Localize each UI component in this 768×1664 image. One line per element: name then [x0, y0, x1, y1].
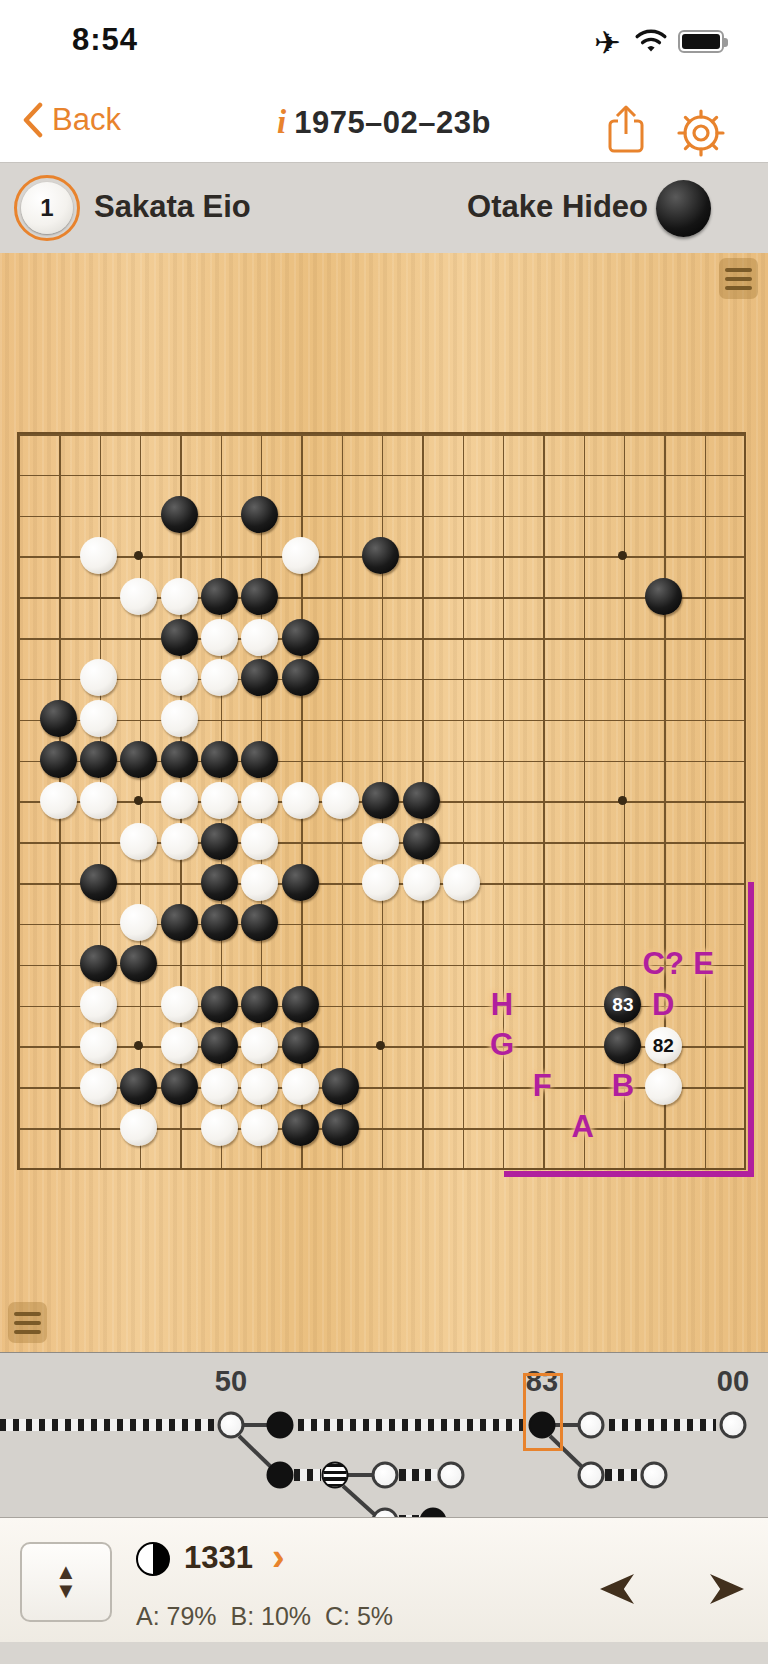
board-letter-label[interactable]: G: [490, 1027, 514, 1063]
tree-move-label: 50: [215, 1365, 247, 1398]
black-stone: [201, 864, 238, 901]
bottom-toolbar: ▲ ▼ 1331 › A: 79% B: 10% C: 5%: [0, 1517, 768, 1642]
white-stone: [241, 823, 278, 860]
move-number-label: 83: [612, 995, 633, 1014]
airplane-mode-icon: ✈: [594, 24, 621, 62]
game-count: 1331: [184, 1540, 253, 1576]
move-stepper[interactable]: ▲ ▼: [20, 1542, 112, 1622]
current-move-box: [523, 1373, 563, 1451]
black-stone: [282, 1109, 319, 1146]
tree-moves-dashes[interactable]: [605, 1469, 640, 1481]
tree-branch-edge: [238, 1435, 274, 1470]
game-date-title: 1975–02–23b: [294, 105, 491, 140]
white-player-name: Sakata Eio: [94, 189, 251, 225]
black-stone: [201, 986, 238, 1023]
black-stone: [161, 619, 198, 656]
white-stone: [161, 986, 198, 1023]
white-stone: [282, 782, 319, 819]
board-menu-bottom-icon[interactable]: [8, 1302, 47, 1343]
wifi-icon: [634, 29, 668, 54]
board-letter-label[interactable]: F: [533, 1068, 552, 1104]
white-stone: [40, 782, 77, 819]
white-stone: [241, 1109, 278, 1146]
white-stone: [161, 578, 198, 615]
region-highlight-right: [748, 882, 754, 1177]
board-letter-label[interactable]: C?: [643, 946, 684, 982]
tree-node-white[interactable]: [438, 1462, 465, 1489]
game-collection-icon: [136, 1542, 170, 1576]
settings-gear-button[interactable]: [672, 104, 730, 162]
white-stone: [282, 1068, 319, 1105]
black-stone: [282, 1027, 319, 1064]
black-stone: [282, 864, 319, 901]
white-stone: [362, 864, 399, 901]
black-stone: [161, 496, 198, 533]
board-menu-top-icon[interactable]: [719, 258, 758, 299]
white-stone: [201, 1109, 238, 1146]
white-stone: [161, 700, 198, 737]
white-stone: [241, 1068, 278, 1105]
white-stone: [201, 619, 238, 656]
tree-node-white[interactable]: [720, 1412, 747, 1439]
board-letter-label[interactable]: D: [652, 987, 674, 1023]
black-stone: [282, 659, 319, 696]
tree-node-black[interactable]: [267, 1412, 294, 1439]
go-board[interactable]: 8382C?EHDGFBA: [0, 253, 768, 1352]
board-letter-label[interactable]: H: [491, 987, 513, 1023]
black-player-stone-icon: [656, 180, 711, 237]
white-stone: [443, 864, 480, 901]
board-letter-label[interactable]: E: [693, 946, 714, 982]
black-stone: [161, 904, 198, 941]
tree-edge: [348, 1473, 373, 1477]
tree-moves-dashes[interactable]: [0, 1419, 214, 1431]
tree-node-white[interactable]: [372, 1462, 399, 1489]
tree-node-black[interactable]: [420, 1508, 447, 1518]
white-stone: [161, 1027, 198, 1064]
black-stone: [403, 823, 440, 860]
black-stone: [120, 1068, 157, 1105]
black-stone: [282, 619, 319, 656]
black-stone: [322, 1109, 359, 1146]
next-move-button[interactable]: [710, 1574, 744, 1604]
white-stone: 82: [645, 1027, 682, 1064]
black-stone: [645, 578, 682, 615]
share-button[interactable]: [604, 104, 648, 156]
white-stone: [201, 782, 238, 819]
white-stone: [161, 782, 198, 819]
page-title[interactable]: i1975–02–23b: [0, 104, 768, 141]
white-stone: [161, 823, 198, 860]
white-stone: [120, 1109, 157, 1146]
tree-node-black[interactable]: [267, 1462, 294, 1489]
status-bar: 8:54 ✈: [0, 0, 768, 84]
tree-moves-dashes[interactable]: [298, 1419, 526, 1431]
tree-node-collapsed[interactable]: [322, 1462, 349, 1489]
white-stone: [201, 1068, 238, 1105]
black-stone: [40, 741, 77, 778]
black-stone: [201, 823, 238, 860]
black-stone: [161, 1068, 198, 1105]
white-stone: [80, 986, 117, 1023]
black-stone: [403, 782, 440, 819]
white-stone: [241, 619, 278, 656]
info-icon: i: [277, 104, 286, 140]
white-stone-number: 1: [21, 182, 73, 234]
black-stone: [161, 741, 198, 778]
black-player-name: Otake Hideo: [467, 189, 648, 225]
black-stone: [201, 741, 238, 778]
black-stone: [80, 741, 117, 778]
clock-time: 8:54: [72, 22, 138, 58]
variation-percentages: A: 79% B: 10% C: 5%: [136, 1602, 393, 1631]
white-stone: [80, 537, 117, 574]
white-player-stone-badge[interactable]: 1: [14, 175, 80, 241]
tree-branch-edge: [342, 1485, 377, 1517]
region-highlight-bottom: [504, 1171, 754, 1177]
black-stone: [322, 1068, 359, 1105]
black-stone: [40, 700, 77, 737]
white-stone: [362, 823, 399, 860]
black-stone: [201, 1027, 238, 1064]
previous-move-button[interactable]: [600, 1574, 634, 1604]
tree-node-white[interactable]: [641, 1462, 668, 1489]
detail-chevron[interactable]: ›: [272, 1536, 285, 1579]
bottom-strip: [0, 1642, 768, 1664]
players-bar: 1 Sakata Eio Otake Hideo: [0, 163, 768, 253]
white-stone: [645, 1068, 682, 1105]
move-number-label: 82: [653, 1036, 674, 1055]
white-stone: [80, 1068, 117, 1105]
board-letter-label[interactable]: B: [612, 1068, 634, 1104]
tree-moves-dashes[interactable]: [609, 1419, 716, 1431]
black-stone: [80, 864, 117, 901]
move-tree[interactable]: 508300: [0, 1352, 768, 1517]
tree-moves-dashes[interactable]: [294, 1469, 321, 1481]
tree-edge: [243, 1423, 268, 1427]
white-stone: [241, 864, 278, 901]
white-stone: [282, 537, 319, 574]
stepper-down-icon[interactable]: ▼: [55, 1582, 77, 1601]
board-letter-label[interactable]: A: [571, 1109, 593, 1145]
app-screen: 8:54 ✈ Back i1975–02–23b: [0, 0, 768, 1664]
black-stone: [282, 986, 319, 1023]
tree-move-label: 00: [717, 1365, 749, 1398]
white-stone: [80, 1027, 117, 1064]
tree-moves-dashes[interactable]: [399, 1469, 437, 1481]
navigation-bar: Back i1975–02–23b: [0, 84, 768, 163]
white-stone: [322, 782, 359, 819]
battery-icon: [678, 30, 724, 53]
tree-node-white[interactable]: [218, 1412, 245, 1439]
white-stone: [403, 864, 440, 901]
tree-node-white[interactable]: [578, 1412, 605, 1439]
white-stone: [80, 782, 117, 819]
tree-node-white[interactable]: [578, 1462, 605, 1489]
black-stone: [201, 578, 238, 615]
tree-node-white[interactable]: [372, 1508, 399, 1518]
